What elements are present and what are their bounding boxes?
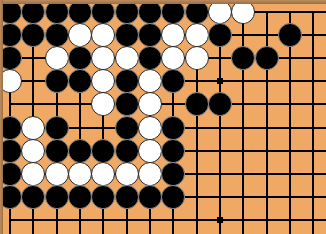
black-stone: ●	[91, 139, 115, 163]
black-stone: ●	[0, 162, 22, 186]
black-stone: ●	[208, 92, 232, 116]
black-stone: ●	[278, 23, 302, 47]
black-stone: ●	[0, 46, 22, 70]
white-stone: ●	[68, 162, 92, 186]
white-stone: ●	[45, 46, 69, 70]
white-stone: ●	[45, 162, 69, 186]
white-stone: ●	[185, 46, 209, 70]
black-stone: ●	[0, 185, 22, 209]
white-stone: ●	[21, 162, 45, 186]
black-stone: ●	[115, 69, 139, 93]
black-stone: ●	[161, 162, 185, 186]
white-stone: ●	[138, 116, 162, 140]
white-stone: ●	[138, 139, 162, 163]
black-stone: ●	[115, 139, 139, 163]
black-stone: ●	[161, 69, 185, 93]
black-stone: ●	[161, 116, 185, 140]
star-point	[217, 78, 223, 84]
white-stone: ●	[161, 23, 185, 47]
white-stone: ●	[91, 69, 115, 93]
black-stone: ●	[21, 23, 45, 47]
black-stone: ●	[115, 23, 139, 47]
black-stone: ●	[231, 46, 255, 70]
white-stone: ●	[91, 46, 115, 70]
star-point	[217, 217, 223, 223]
white-stone: ●	[91, 162, 115, 186]
black-stone: ●	[68, 46, 92, 70]
black-stone: ●	[91, 185, 115, 209]
white-stone: ●	[161, 46, 185, 70]
grid-line-vertical	[242, 11, 244, 234]
black-stone: ●	[45, 185, 69, 209]
white-stone: ●	[185, 23, 209, 47]
black-stone: ●	[45, 116, 69, 140]
black-stone: ●	[45, 139, 69, 163]
white-stone: ●	[68, 23, 92, 47]
white-stone: ●	[91, 23, 115, 47]
black-stone: ●	[0, 116, 22, 140]
black-stone: ●	[0, 23, 22, 47]
black-stone: ●	[115, 92, 139, 116]
grid-line-vertical	[266, 11, 268, 234]
black-stone: ●	[68, 69, 92, 93]
black-stone: ●	[161, 185, 185, 209]
board-left-edge-strip	[0, 0, 3, 234]
black-stone: ●	[138, 185, 162, 209]
black-stone: ●	[138, 23, 162, 47]
white-stone: ●	[138, 162, 162, 186]
black-stone: ●	[68, 185, 92, 209]
board-top-edge-strip	[0, 0, 326, 4]
black-stone: ●	[208, 23, 232, 47]
white-stone: ●	[91, 92, 115, 116]
black-stone: ●	[161, 139, 185, 163]
black-stone: ●	[138, 46, 162, 70]
go-board[interactable]: ●●●●●●●●●●●●●●●●●●●●●●●●●●●●●●●●●●●●●●●●…	[0, 0, 326, 234]
black-stone: ●	[115, 116, 139, 140]
black-stone: ●	[45, 69, 69, 93]
grid-line-vertical	[312, 11, 314, 234]
black-stone: ●	[45, 23, 69, 47]
white-stone: ●	[115, 46, 139, 70]
black-stone: ●	[21, 185, 45, 209]
white-stone: ●	[21, 139, 45, 163]
black-stone: ●	[115, 185, 139, 209]
black-stone: ●	[185, 92, 209, 116]
go-diagram-screenshot: ●●●●●●●●●●●●●●●●●●●●●●●●●●●●●●●●●●●●●●●●…	[0, 0, 326, 234]
black-stone: ●	[0, 139, 22, 163]
black-stone: ●	[255, 46, 279, 70]
white-stone: ●	[21, 116, 45, 140]
white-stone: ●	[115, 162, 139, 186]
white-stone: ●	[138, 92, 162, 116]
black-stone: ●	[68, 139, 92, 163]
white-stone: ●	[138, 69, 162, 93]
white-stone: ●	[0, 69, 22, 93]
